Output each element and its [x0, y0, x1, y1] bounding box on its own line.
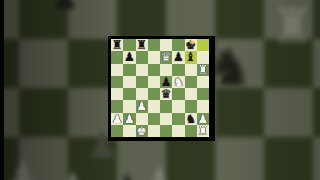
square-e3[interactable]: [160, 100, 172, 112]
background-left-bar: [0, 0, 4, 180]
square-a5[interactable]: [111, 76, 123, 88]
square-b7[interactable]: ♟: [123, 51, 135, 63]
piece-black-bishop: ♝: [185, 51, 196, 63]
piece-white-king: ♚: [136, 124, 147, 136]
square-b5[interactable]: [123, 76, 135, 88]
square-d8[interactable]: [148, 39, 160, 51]
square-e4[interactable]: ♛: [160, 88, 172, 100]
square-d5[interactable]: [148, 76, 160, 88]
square-f5[interactable]: ♞: [172, 76, 184, 88]
piece-black-knight: ♞: [185, 112, 196, 124]
piece-white-pawn: ♟: [124, 112, 135, 124]
chessboard-frame: ♜♜♚♟♛♟♝♜♟♞♛♟♟♟♞♟♚♜ ✦: [108, 36, 215, 141]
square-c7[interactable]: [136, 51, 148, 63]
square-c8[interactable]: ♜: [136, 39, 148, 51]
square-b4[interactable]: [123, 88, 135, 100]
piece-black-rook: ♜: [136, 39, 147, 51]
square-f7[interactable]: ♟: [172, 51, 184, 63]
square-f3[interactable]: [172, 100, 184, 112]
piece-white-pawn: ♟: [112, 112, 123, 124]
square-d1[interactable]: [148, 125, 160, 137]
square-e7[interactable]: ♛: [160, 51, 172, 63]
square-g6[interactable]: [185, 64, 197, 76]
square-h8[interactable]: [197, 39, 209, 51]
chessboard: ♜♜♚♟♛♟♝♜♟♞♛♟♟♟♞♟♚♜: [111, 39, 209, 137]
square-d4[interactable]: [148, 88, 160, 100]
square-c3[interactable]: ♟: [136, 100, 148, 112]
square-b1[interactable]: [123, 125, 135, 137]
square-c6[interactable]: [136, 64, 148, 76]
piece-white-knight: ♞: [173, 75, 184, 87]
square-g7[interactable]: ♝: [185, 51, 197, 63]
square-f2[interactable]: [172, 113, 184, 125]
square-a8[interactable]: ♜: [111, 39, 123, 51]
square-c1[interactable]: ♚: [136, 125, 148, 137]
square-a1[interactable]: [111, 125, 123, 137]
square-d7[interactable]: [148, 51, 160, 63]
piece-white-queen: ♛: [161, 51, 172, 63]
square-a7[interactable]: [111, 51, 123, 63]
piece-white-pawn: ♟: [136, 100, 147, 112]
square-g2[interactable]: ♞: [185, 113, 197, 125]
piece-black-pawn: ♟: [124, 51, 135, 63]
square-d3[interactable]: [148, 100, 160, 112]
piece-black-king: ♚: [185, 39, 196, 51]
square-g1[interactable]: [185, 125, 197, 137]
square-g4[interactable]: [185, 88, 197, 100]
piece-white-rook: ♜: [197, 124, 208, 136]
piece-white-rook: ♜: [197, 63, 208, 75]
square-e1[interactable]: [160, 125, 172, 137]
square-d6[interactable]: [148, 64, 160, 76]
piece-black-rook: ♜: [112, 39, 123, 51]
square-h6[interactable]: ♜: [197, 64, 209, 76]
piece-black-pawn: ♟: [173, 51, 184, 63]
square-h4[interactable]: [197, 88, 209, 100]
piece-black-pawn: ♟: [161, 75, 172, 87]
square-a4[interactable]: [111, 88, 123, 100]
square-a2[interactable]: ♟: [111, 113, 123, 125]
piece-black-queen: ♛: [161, 88, 172, 100]
square-h5[interactable]: [197, 76, 209, 88]
square-f4[interactable]: [172, 88, 184, 100]
video-frame: ♜♞♟♟♟♟♟♟ ♜♜♚♟♛♟♝♜♟♞♛♟♟♟♞♟♚♜ ✦: [0, 0, 320, 180]
square-e2[interactable]: [160, 113, 172, 125]
square-g5[interactable]: [185, 76, 197, 88]
piece-white-pawn: ♟: [197, 112, 208, 124]
square-b2[interactable]: ♟: [123, 113, 135, 125]
square-a6[interactable]: [111, 64, 123, 76]
square-b6[interactable]: [123, 64, 135, 76]
square-h1[interactable]: ♜: [197, 125, 209, 137]
square-f1[interactable]: [172, 125, 184, 137]
square-c5[interactable]: [136, 76, 148, 88]
square-d2[interactable]: [148, 113, 160, 125]
